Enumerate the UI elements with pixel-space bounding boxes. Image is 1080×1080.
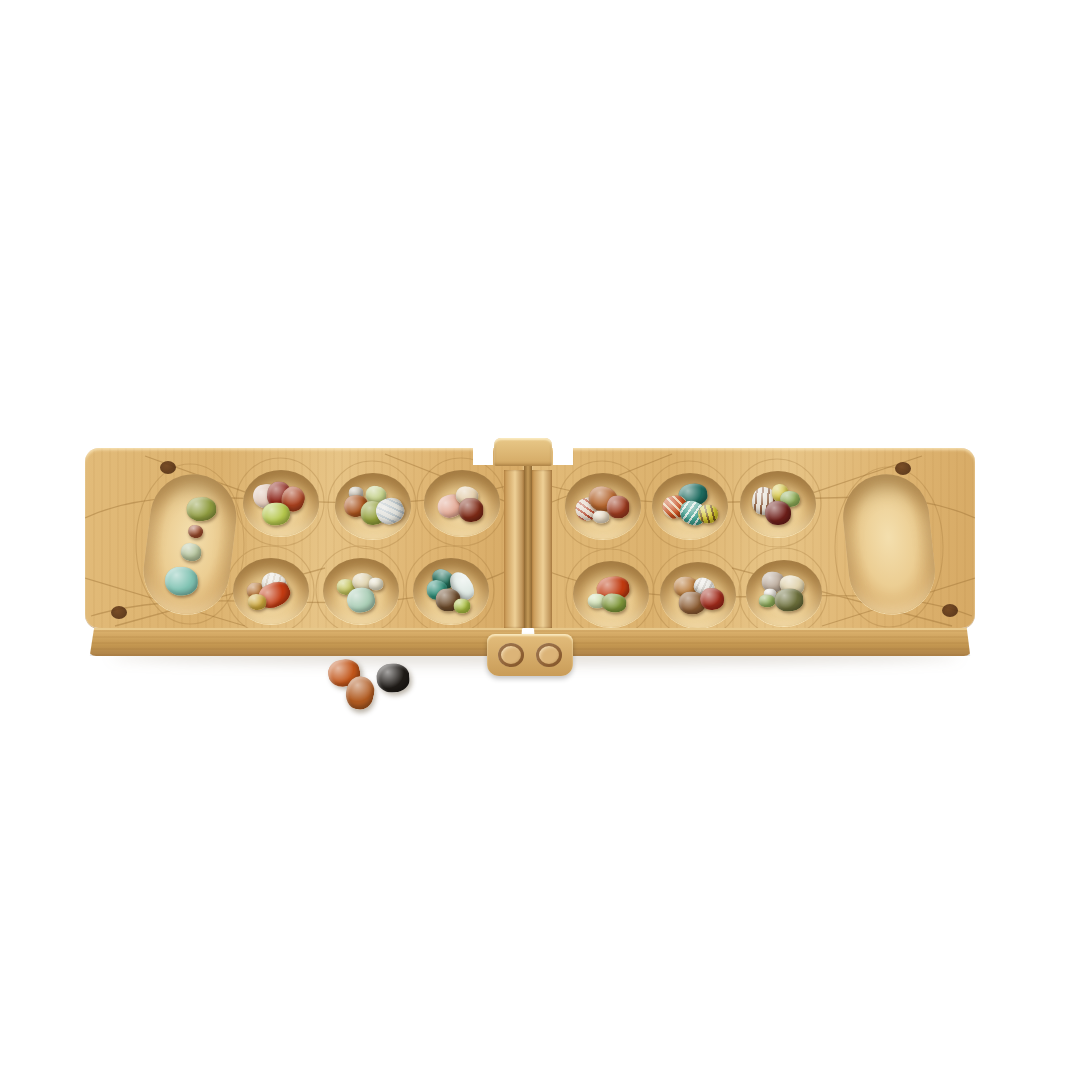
magnet-dot: [895, 462, 911, 475]
pit-a6[interactable]: [740, 471, 816, 537]
gem-stone: [248, 594, 267, 610]
right-pit-area: [532, 448, 975, 628]
magnet-dot: [111, 606, 127, 619]
board-front-edge: [534, 628, 972, 656]
fold-ridge: [532, 470, 552, 628]
magnet-dot: [160, 461, 176, 474]
fold-notch: [553, 441, 573, 465]
gem-stone[interactable]: [376, 662, 411, 693]
hinge-dowel-icon: [498, 643, 524, 667]
gem-stone: [700, 588, 724, 610]
gem-stone[interactable]: [343, 674, 377, 712]
gem-stone: [453, 598, 470, 613]
pit-a1[interactable]: [243, 470, 319, 536]
pit-b6[interactable]: [746, 560, 822, 626]
top-hinge-tab: [494, 438, 552, 466]
board-left-panel: [85, 448, 524, 628]
board-front-edge: [88, 628, 522, 656]
left-pit-area: [85, 448, 524, 628]
pit-a5[interactable]: [652, 473, 728, 539]
fold-notch: [473, 441, 493, 465]
pit-b5[interactable]: [660, 562, 736, 628]
gem-stone: [593, 510, 610, 523]
board-right-panel: [532, 448, 975, 628]
fold-gap: [524, 448, 532, 628]
gem-stone: [369, 578, 384, 591]
gem-stone: [607, 496, 630, 519]
fold-ridge: [504, 470, 524, 628]
pit-b3[interactable]: [413, 558, 489, 624]
gem-stone: [459, 498, 484, 522]
scene: [0, 0, 1080, 1080]
gem-stone: [765, 501, 791, 525]
pit-b2[interactable]: [323, 558, 399, 624]
gem-stone: [773, 587, 804, 612]
gem-stone: [601, 593, 628, 614]
gem-stone: [759, 594, 776, 607]
gem-stone: [698, 504, 718, 523]
pit-a4[interactable]: [565, 473, 641, 539]
pit-b4[interactable]: [573, 561, 649, 627]
magnet-dot: [942, 604, 958, 617]
pit-b1[interactable]: [233, 558, 309, 624]
hinge-block: [487, 634, 573, 676]
pit-a3[interactable]: [424, 470, 500, 536]
hinge-dowel-icon: [536, 643, 562, 667]
pit-a2[interactable]: [335, 473, 411, 539]
